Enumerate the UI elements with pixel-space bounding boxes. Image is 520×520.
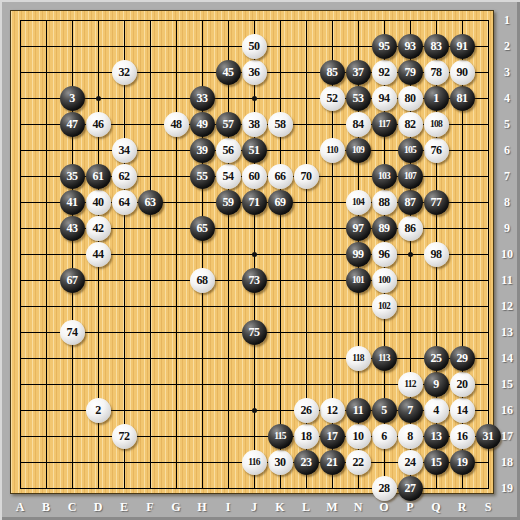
grid-line-vertical xyxy=(280,20,281,489)
col-label-R: R xyxy=(452,500,472,514)
move-number: 18 xyxy=(301,428,312,443)
stone-Q17[interactable]: 13 xyxy=(424,424,449,449)
move-number: 109 xyxy=(352,145,364,155)
stone-N8[interactable]: 104 xyxy=(346,190,371,215)
stone-O16[interactable]: 5 xyxy=(372,398,397,423)
row-label-9: 9 xyxy=(496,221,518,235)
move-number: 35 xyxy=(67,168,78,183)
row-label-3: 3 xyxy=(496,65,518,79)
stone-J7[interactable]: 60 xyxy=(242,164,267,189)
stone-H4[interactable]: 33 xyxy=(190,86,215,111)
move-number: 27 xyxy=(405,480,416,495)
stone-K8[interactable]: 69 xyxy=(268,190,293,215)
move-number: 39 xyxy=(197,142,208,157)
move-number: 75 xyxy=(249,324,260,339)
move-number: 9 xyxy=(433,376,439,391)
stone-J3[interactable]: 36 xyxy=(242,60,267,85)
stone-N18[interactable]: 22 xyxy=(346,450,371,475)
stone-J8[interactable]: 71 xyxy=(242,190,267,215)
stone-L16[interactable]: 26 xyxy=(294,398,319,423)
col-label-O: O xyxy=(374,500,394,514)
col-label-C: C xyxy=(62,500,82,514)
move-number: 12 xyxy=(327,402,338,417)
move-number: 86 xyxy=(405,220,416,235)
row-label-10: 10 xyxy=(496,247,518,261)
stone-K7[interactable]: 66 xyxy=(268,164,293,189)
move-number: 50 xyxy=(249,38,260,53)
stone-L18[interactable]: 23 xyxy=(294,450,319,475)
move-number: 61 xyxy=(93,168,104,183)
move-number: 62 xyxy=(119,168,130,183)
move-number: 78 xyxy=(431,64,442,79)
stone-R18[interactable]: 19 xyxy=(450,450,475,475)
row-label-16: 16 xyxy=(496,403,518,417)
move-number: 45 xyxy=(223,64,234,79)
move-number: 66 xyxy=(275,168,286,183)
stone-J5[interactable]: 38 xyxy=(242,112,267,137)
move-number: 34 xyxy=(119,142,130,157)
move-number: 49 xyxy=(197,116,208,131)
move-number: 68 xyxy=(197,272,208,287)
move-number: 44 xyxy=(93,246,104,261)
move-number: 7 xyxy=(407,402,413,417)
grid-line-vertical xyxy=(488,20,489,489)
stone-C9[interactable]: 43 xyxy=(60,216,85,241)
move-number: 2 xyxy=(95,402,101,417)
move-number: 99 xyxy=(353,246,364,261)
move-number: 93 xyxy=(405,38,416,53)
stone-M4[interactable]: 52 xyxy=(320,86,345,111)
move-number: 52 xyxy=(327,90,338,105)
move-number: 104 xyxy=(352,197,364,207)
col-label-A: A xyxy=(10,500,30,514)
stone-O14[interactable]: 113 xyxy=(372,346,397,371)
move-number: 48 xyxy=(171,116,182,131)
row-label-6: 6 xyxy=(496,143,518,157)
move-number: 80 xyxy=(405,90,416,105)
row-label-14: 14 xyxy=(496,351,518,365)
stone-C11[interactable]: 67 xyxy=(60,268,85,293)
move-number: 55 xyxy=(197,168,208,183)
go-diagram-window: 1234567891011121314151617181920212223242… xyxy=(0,0,520,520)
stone-R4[interactable]: 81 xyxy=(450,86,475,111)
star-point xyxy=(96,96,101,101)
stone-Q5[interactable]: 108 xyxy=(424,112,449,137)
stone-M16[interactable]: 12 xyxy=(320,398,345,423)
stone-O12[interactable]: 102 xyxy=(372,294,397,319)
stone-C8[interactable]: 41 xyxy=(60,190,85,215)
stone-I7[interactable]: 54 xyxy=(216,164,241,189)
stone-J13[interactable]: 75 xyxy=(242,320,267,345)
move-number: 1 xyxy=(433,90,439,105)
move-number: 31 xyxy=(483,428,494,443)
move-number: 70 xyxy=(301,168,312,183)
col-label-K: K xyxy=(270,500,290,514)
move-number: 10 xyxy=(353,428,364,443)
move-number: 30 xyxy=(275,454,286,469)
stone-E17[interactable]: 72 xyxy=(112,424,137,449)
move-number: 71 xyxy=(249,194,260,209)
move-number: 81 xyxy=(457,90,468,105)
row-label-4: 4 xyxy=(496,91,518,105)
col-label-J: J xyxy=(244,500,264,514)
stone-N3[interactable]: 37 xyxy=(346,60,371,85)
move-number: 115 xyxy=(274,431,285,441)
move-number: 79 xyxy=(405,64,416,79)
col-label-M: M xyxy=(322,500,342,514)
stone-O17[interactable]: 6 xyxy=(372,424,397,449)
stone-Q3[interactable]: 78 xyxy=(424,60,449,85)
move-number: 14 xyxy=(457,402,468,417)
row-label-15: 15 xyxy=(496,377,518,391)
move-number: 32 xyxy=(119,64,130,79)
row-label-19: 19 xyxy=(496,481,518,495)
col-label-P: P xyxy=(400,500,420,514)
stone-O2[interactable]: 95 xyxy=(372,34,397,59)
move-number: 38 xyxy=(249,116,260,131)
col-label-B: B xyxy=(36,500,56,514)
move-number: 58 xyxy=(275,116,286,131)
stone-M6[interactable]: 110 xyxy=(320,138,345,163)
stone-K5[interactable]: 58 xyxy=(268,112,293,137)
stone-H11[interactable]: 68 xyxy=(190,268,215,293)
stone-N4[interactable]: 53 xyxy=(346,86,371,111)
stone-M3[interactable]: 85 xyxy=(320,60,345,85)
move-number: 83 xyxy=(431,38,442,53)
move-number: 65 xyxy=(197,220,208,235)
move-number: 108 xyxy=(430,119,442,129)
stone-J11[interactable]: 73 xyxy=(242,268,267,293)
move-number: 64 xyxy=(119,194,130,209)
move-number: 117 xyxy=(378,119,389,129)
stone-Q14[interactable]: 25 xyxy=(424,346,449,371)
move-number: 6 xyxy=(381,428,387,443)
stone-D10[interactable]: 44 xyxy=(86,242,111,267)
stone-D16[interactable]: 2 xyxy=(86,398,111,423)
stone-Q4[interactable]: 1 xyxy=(424,86,449,111)
stone-E7[interactable]: 62 xyxy=(112,164,137,189)
stone-O4[interactable]: 94 xyxy=(372,86,397,111)
stone-O8[interactable]: 88 xyxy=(372,190,397,215)
move-number: 36 xyxy=(249,64,260,79)
stone-C5[interactable]: 47 xyxy=(60,112,85,137)
stone-E6[interactable]: 34 xyxy=(112,138,137,163)
move-number: 47 xyxy=(67,116,78,131)
stone-P17[interactable]: 8 xyxy=(398,424,423,449)
stone-R2[interactable]: 91 xyxy=(450,34,475,59)
stone-P5[interactable]: 82 xyxy=(398,112,423,137)
move-number: 100 xyxy=(378,275,390,285)
stone-R17[interactable]: 16 xyxy=(450,424,475,449)
move-number: 97 xyxy=(353,220,364,235)
move-number: 87 xyxy=(405,194,416,209)
move-number: 88 xyxy=(379,194,390,209)
stone-D9[interactable]: 42 xyxy=(86,216,111,241)
move-number: 51 xyxy=(249,142,260,157)
move-number: 82 xyxy=(405,116,416,131)
move-number: 77 xyxy=(431,194,442,209)
move-number: 41 xyxy=(67,194,78,209)
stone-J2[interactable]: 50 xyxy=(242,34,267,59)
star-point xyxy=(252,252,257,257)
grid-line-horizontal xyxy=(20,306,489,307)
stone-R15[interactable]: 20 xyxy=(450,372,475,397)
stone-Q2[interactable]: 83 xyxy=(424,34,449,59)
move-number: 107 xyxy=(404,171,416,181)
move-number: 113 xyxy=(378,353,389,363)
col-label-F: F xyxy=(140,500,160,514)
col-label-E: E xyxy=(114,500,134,514)
move-number: 46 xyxy=(93,116,104,131)
move-number: 85 xyxy=(327,64,338,79)
move-number: 42 xyxy=(93,220,104,235)
move-number: 16 xyxy=(457,428,468,443)
move-number: 116 xyxy=(248,457,259,467)
col-label-L: L xyxy=(296,500,316,514)
move-number: 53 xyxy=(353,90,364,105)
col-label-N: N xyxy=(348,500,368,514)
stone-Q18[interactable]: 15 xyxy=(424,450,449,475)
move-number: 69 xyxy=(275,194,286,209)
stone-P8[interactable]: 87 xyxy=(398,190,423,215)
col-label-H: H xyxy=(192,500,212,514)
move-number: 103 xyxy=(378,171,390,181)
move-number: 101 xyxy=(352,275,364,285)
move-number: 43 xyxy=(67,220,78,235)
stone-Q16[interactable]: 4 xyxy=(424,398,449,423)
move-number: 60 xyxy=(249,168,260,183)
row-label-18: 18 xyxy=(496,455,518,469)
col-label-I: I xyxy=(218,500,238,514)
col-label-S: S xyxy=(478,500,498,514)
stone-E3[interactable]: 32 xyxy=(112,60,137,85)
move-number: 63 xyxy=(145,194,156,209)
move-number: 11 xyxy=(353,402,363,417)
stone-H7[interactable]: 55 xyxy=(190,164,215,189)
stone-C7[interactable]: 35 xyxy=(60,164,85,189)
move-number: 98 xyxy=(431,246,442,261)
move-number: 37 xyxy=(353,64,364,79)
move-number: 8 xyxy=(407,428,413,443)
stone-C4[interactable]: 3 xyxy=(60,86,85,111)
move-number: 24 xyxy=(405,454,416,469)
stone-N10[interactable]: 99 xyxy=(346,242,371,267)
move-number: 90 xyxy=(457,64,468,79)
stone-N17[interactable]: 10 xyxy=(346,424,371,449)
move-number: 13 xyxy=(431,428,442,443)
stone-N11[interactable]: 101 xyxy=(346,268,371,293)
stone-Q10[interactable]: 98 xyxy=(424,242,449,267)
move-number: 92 xyxy=(379,64,390,79)
stone-P4[interactable]: 80 xyxy=(398,86,423,111)
move-number: 5 xyxy=(381,402,387,417)
stone-N16[interactable]: 11 xyxy=(346,398,371,423)
stone-H5[interactable]: 49 xyxy=(190,112,215,137)
move-number: 91 xyxy=(457,38,468,53)
stone-C13[interactable]: 74 xyxy=(60,320,85,345)
stone-Q15[interactable]: 9 xyxy=(424,372,449,397)
stone-O7[interactable]: 103 xyxy=(372,164,397,189)
move-number: 23 xyxy=(301,454,312,469)
move-number: 94 xyxy=(379,90,390,105)
stone-I6[interactable]: 56 xyxy=(216,138,241,163)
stone-N6[interactable]: 109 xyxy=(346,138,371,163)
stone-L7[interactable]: 70 xyxy=(294,164,319,189)
stone-P2[interactable]: 93 xyxy=(398,34,423,59)
row-label-8: 8 xyxy=(496,195,518,209)
stone-K17[interactable]: 115 xyxy=(268,424,293,449)
move-number: 25 xyxy=(431,350,442,365)
stone-O10[interactable]: 96 xyxy=(372,242,397,267)
row-label-12: 12 xyxy=(496,299,518,313)
stone-P6[interactable]: 105 xyxy=(398,138,423,163)
move-number: 118 xyxy=(352,353,363,363)
stone-J18[interactable]: 116 xyxy=(242,450,267,475)
stone-G5[interactable]: 48 xyxy=(164,112,189,137)
grid-line-horizontal xyxy=(20,358,489,359)
move-number: 17 xyxy=(327,428,338,443)
stone-O3[interactable]: 92 xyxy=(372,60,397,85)
stone-P3[interactable]: 79 xyxy=(398,60,423,85)
stone-N14[interactable]: 118 xyxy=(346,346,371,371)
move-number: 57 xyxy=(223,116,234,131)
stone-P15[interactable]: 112 xyxy=(398,372,423,397)
stone-R14[interactable]: 29 xyxy=(450,346,475,371)
move-number: 54 xyxy=(223,168,234,183)
star-point xyxy=(408,252,413,257)
stone-N9[interactable]: 97 xyxy=(346,216,371,241)
stone-K18[interactable]: 30 xyxy=(268,450,293,475)
move-number: 29 xyxy=(457,350,468,365)
move-number: 4 xyxy=(433,402,439,417)
move-number: 33 xyxy=(197,90,208,105)
stone-O11[interactable]: 100 xyxy=(372,268,397,293)
stone-Q8[interactable]: 77 xyxy=(424,190,449,215)
stone-J6[interactable]: 51 xyxy=(242,138,267,163)
star-point xyxy=(252,96,257,101)
col-label-G: G xyxy=(166,500,186,514)
stone-D8[interactable]: 40 xyxy=(86,190,111,215)
stone-Q6[interactable]: 76 xyxy=(424,138,449,163)
move-number: 26 xyxy=(301,402,312,417)
row-label-17: 17 xyxy=(496,429,518,443)
move-number: 59 xyxy=(223,194,234,209)
row-label-11: 11 xyxy=(496,273,518,287)
stone-M17[interactable]: 17 xyxy=(320,424,345,449)
move-number: 28 xyxy=(379,480,390,495)
move-number: 74 xyxy=(67,324,78,339)
move-number: 67 xyxy=(67,272,78,287)
stone-I3[interactable]: 45 xyxy=(216,60,241,85)
stone-I8[interactable]: 59 xyxy=(216,190,241,215)
move-number: 15 xyxy=(431,454,442,469)
stone-H9[interactable]: 65 xyxy=(190,216,215,241)
stone-R16[interactable]: 14 xyxy=(450,398,475,423)
row-label-7: 7 xyxy=(496,169,518,183)
row-label-13: 13 xyxy=(496,325,518,339)
stone-P7[interactable]: 107 xyxy=(398,164,423,189)
col-label-D: D xyxy=(88,500,108,514)
stone-O5[interactable]: 117 xyxy=(372,112,397,137)
move-number: 112 xyxy=(404,379,415,389)
move-number: 40 xyxy=(93,194,104,209)
stone-E8[interactable]: 64 xyxy=(112,190,137,215)
stone-P9[interactable]: 86 xyxy=(398,216,423,241)
row-label-1: 1 xyxy=(496,13,518,27)
stone-M18[interactable]: 21 xyxy=(320,450,345,475)
stone-D7[interactable]: 61 xyxy=(86,164,111,189)
move-number: 73 xyxy=(249,272,260,287)
stone-L17[interactable]: 18 xyxy=(294,424,319,449)
move-number: 110 xyxy=(326,145,337,155)
move-number: 56 xyxy=(223,142,234,157)
move-number: 19 xyxy=(457,454,468,469)
move-number: 95 xyxy=(379,38,390,53)
move-number: 22 xyxy=(353,454,364,469)
move-number: 76 xyxy=(431,142,442,157)
move-number: 102 xyxy=(378,301,390,311)
move-number: 3 xyxy=(69,90,75,105)
move-number: 21 xyxy=(327,454,338,469)
move-number: 105 xyxy=(404,145,416,155)
row-label-5: 5 xyxy=(496,117,518,131)
stone-O19[interactable]: 28 xyxy=(372,476,397,501)
stone-D5[interactable]: 46 xyxy=(86,112,111,137)
stone-H6[interactable]: 39 xyxy=(190,138,215,163)
stone-N5[interactable]: 84 xyxy=(346,112,371,137)
col-label-Q: Q xyxy=(426,500,446,514)
move-number: 89 xyxy=(379,220,390,235)
stone-F8[interactable]: 63 xyxy=(138,190,163,215)
move-number: 20 xyxy=(457,376,468,391)
stone-O9[interactable]: 89 xyxy=(372,216,397,241)
move-number: 72 xyxy=(119,428,130,443)
stone-R3[interactable]: 90 xyxy=(450,60,475,85)
star-point xyxy=(252,408,257,413)
row-label-2: 2 xyxy=(496,39,518,53)
move-number: 84 xyxy=(353,116,364,131)
stone-P19[interactable]: 27 xyxy=(398,476,423,501)
stone-P18[interactable]: 24 xyxy=(398,450,423,475)
move-number: 96 xyxy=(379,246,390,261)
stone-I5[interactable]: 57 xyxy=(216,112,241,137)
stone-P16[interactable]: 7 xyxy=(398,398,423,423)
